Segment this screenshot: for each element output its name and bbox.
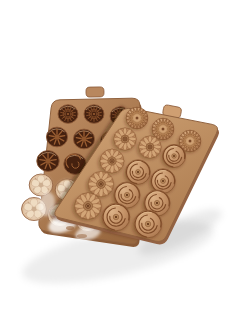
reflection-streak xyxy=(77,234,87,238)
back-cavity-r2c2-daisy xyxy=(73,129,94,149)
back-cavity-r2c1-daisy xyxy=(46,127,67,147)
back-cavity-r3c1-daisy xyxy=(37,151,59,172)
generated-scene xyxy=(17,87,226,297)
back-cavity-r1c2-dahlia xyxy=(84,105,104,124)
reflection-streak xyxy=(66,226,74,230)
back-cavity-r1c1-dahlia xyxy=(58,105,78,124)
scene-svg xyxy=(0,0,240,329)
back-tray-tab xyxy=(86,87,104,97)
product-photo: Two brown 15-cavity silicone chocolate m… xyxy=(0,0,240,329)
